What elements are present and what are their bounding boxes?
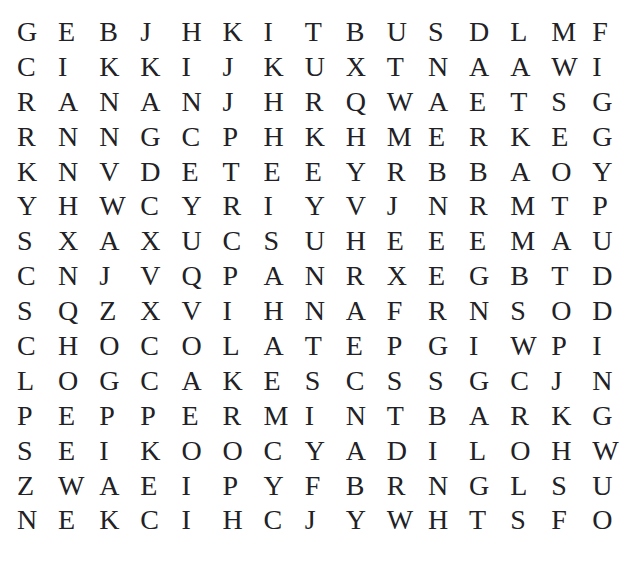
- grid-cell-r11c4[interactable]: C: [140, 364, 181, 399]
- grid-cell-r15c6[interactable]: H: [222, 503, 263, 538]
- grid-cell-r15c8[interactable]: J: [305, 503, 346, 538]
- grid-cell-r2c13[interactable]: A: [510, 50, 551, 85]
- grid-cell-r14c6[interactable]: P: [222, 469, 263, 504]
- grid-cell-r7c7[interactable]: S: [264, 224, 305, 259]
- grid-cell-r11c14[interactable]: J: [551, 364, 592, 399]
- grid-cell-r5c13[interactable]: A: [510, 155, 551, 190]
- grid-cell-r3c1[interactable]: R: [17, 85, 58, 120]
- grid-cell-r9c9[interactable]: A: [346, 294, 387, 329]
- grid-cell-r11c10[interactable]: S: [387, 364, 428, 399]
- grid-cell-r2c8[interactable]: U: [305, 50, 346, 85]
- grid-cell-r10c8[interactable]: T: [305, 329, 346, 364]
- grid-cell-r12c6[interactable]: R: [222, 399, 263, 434]
- grid-cell-r15c9[interactable]: Y: [346, 503, 387, 538]
- grid-cell-r5c14[interactable]: O: [551, 155, 592, 190]
- grid-cell-r7c6[interactable]: C: [222, 224, 263, 259]
- grid-cell-r6c7[interactable]: I: [264, 189, 305, 224]
- grid-cell-r5c12[interactable]: B: [469, 155, 510, 190]
- grid-cell-r13c9[interactable]: A: [346, 434, 387, 469]
- grid-cell-r8c1[interactable]: C: [17, 259, 58, 294]
- grid-cell-r15c13[interactable]: S: [510, 503, 551, 538]
- grid-cell-r5c8[interactable]: E: [305, 155, 346, 190]
- grid-cell-r3c2[interactable]: A: [58, 85, 99, 120]
- grid-cell-r6c6[interactable]: R: [222, 189, 263, 224]
- grid-cell-r14c5[interactable]: I: [181, 469, 222, 504]
- grid-cell-r10c6[interactable]: L: [222, 329, 263, 364]
- grid-cell-r2c10[interactable]: T: [387, 50, 428, 85]
- grid-cell-r2c3[interactable]: K: [99, 50, 140, 85]
- grid-cell-r8c4[interactable]: V: [140, 259, 181, 294]
- grid-cell-r14c8[interactable]: F: [305, 469, 346, 504]
- grid-cell-r10c13[interactable]: W: [510, 329, 551, 364]
- grid-cell-r2c15[interactable]: I: [592, 50, 632, 85]
- grid-cell-r13c4[interactable]: K: [140, 434, 181, 469]
- grid-cell-r7c13[interactable]: M: [510, 224, 551, 259]
- grid-cell-r7c15[interactable]: U: [592, 224, 632, 259]
- grid-cell-r5c2[interactable]: N: [58, 155, 99, 190]
- grid-cell-r11c9[interactable]: C: [346, 364, 387, 399]
- grid-cell-r15c15[interactable]: O: [592, 503, 632, 538]
- grid-cell-r1c15[interactable]: F: [592, 15, 632, 50]
- grid-cell-r2c5[interactable]: I: [181, 50, 222, 85]
- grid-cell-r12c5[interactable]: E: [181, 399, 222, 434]
- grid-cell-r6c4[interactable]: C: [140, 189, 181, 224]
- grid-cell-r1c14[interactable]: M: [551, 15, 592, 50]
- grid-cell-r11c8[interactable]: S: [305, 364, 346, 399]
- grid-cell-r12c12[interactable]: A: [469, 399, 510, 434]
- grid-cell-r6c11[interactable]: N: [428, 189, 469, 224]
- grid-cell-r5c6[interactable]: T: [222, 155, 263, 190]
- grid-cell-r3c12[interactable]: E: [469, 85, 510, 120]
- grid-cell-r2c12[interactable]: A: [469, 50, 510, 85]
- grid-cell-r13c14[interactable]: H: [551, 434, 592, 469]
- grid-cell-r11c15[interactable]: N: [592, 364, 632, 399]
- grid-cell-r8c14[interactable]: T: [551, 259, 592, 294]
- grid-cell-r10c11[interactable]: G: [428, 329, 469, 364]
- grid-cell-r14c15[interactable]: U: [592, 469, 632, 504]
- grid-cell-r6c15[interactable]: P: [592, 189, 632, 224]
- grid-cell-r13c10[interactable]: D: [387, 434, 428, 469]
- grid-cell-r12c2[interactable]: E: [58, 399, 99, 434]
- grid-cell-r7c12[interactable]: E: [469, 224, 510, 259]
- grid-cell-r12c1[interactable]: P: [17, 399, 58, 434]
- grid-cell-r4c3[interactable]: N: [99, 120, 140, 155]
- grid-cell-r10c1[interactable]: C: [17, 329, 58, 364]
- grid-cell-r1c2[interactable]: E: [58, 15, 99, 50]
- grid-cell-r8c10[interactable]: X: [387, 259, 428, 294]
- grid-cell-r4c2[interactable]: N: [58, 120, 99, 155]
- grid-cell-r15c7[interactable]: C: [264, 503, 305, 538]
- grid-cell-r3c4[interactable]: A: [140, 85, 181, 120]
- grid-cell-r3c14[interactable]: S: [551, 85, 592, 120]
- grid-cell-r3c8[interactable]: R: [305, 85, 346, 120]
- word-search-grid: GEBJHKITBUSDLMFCIKKIJKUXTNAAWIRANANJHRQW…: [17, 15, 632, 538]
- grid-cell-r13c15[interactable]: W: [592, 434, 632, 469]
- grid-cell-r3c5[interactable]: N: [181, 85, 222, 120]
- grid-cell-r4c10[interactable]: M: [387, 120, 428, 155]
- grid-cell-r15c12[interactable]: T: [469, 503, 510, 538]
- grid-cell-r9c13[interactable]: S: [510, 294, 551, 329]
- grid-cell-r2c6[interactable]: J: [222, 50, 263, 85]
- grid-cell-r4c8[interactable]: K: [305, 120, 346, 155]
- grid-cell-r13c11[interactable]: I: [428, 434, 469, 469]
- grid-cell-r5c10[interactable]: R: [387, 155, 428, 190]
- grid-cell-r4c5[interactable]: C: [181, 120, 222, 155]
- grid-cell-r15c11[interactable]: H: [428, 503, 469, 538]
- grid-cell-r4c9[interactable]: H: [346, 120, 387, 155]
- grid-cell-r10c14[interactable]: P: [551, 329, 592, 364]
- grid-cell-r4c4[interactable]: G: [140, 120, 181, 155]
- grid-cell-r2c2[interactable]: I: [58, 50, 99, 85]
- grid-cell-r8c8[interactable]: N: [305, 259, 346, 294]
- grid-cell-r13c2[interactable]: E: [58, 434, 99, 469]
- grid-cell-r2c7[interactable]: K: [264, 50, 305, 85]
- grid-cell-r7c3[interactable]: A: [99, 224, 140, 259]
- grid-cell-r3c7[interactable]: H: [264, 85, 305, 120]
- grid-cell-r7c11[interactable]: E: [428, 224, 469, 259]
- grid-cell-r8c13[interactable]: B: [510, 259, 551, 294]
- grid-cell-r14c3[interactable]: A: [99, 469, 140, 504]
- grid-cell-r2c4[interactable]: K: [140, 50, 181, 85]
- grid-cell-r12c11[interactable]: B: [428, 399, 469, 434]
- grid-cell-r5c15[interactable]: Y: [592, 155, 632, 190]
- grid-cell-r5c7[interactable]: E: [264, 155, 305, 190]
- grid-cell-r11c7[interactable]: E: [264, 364, 305, 399]
- grid-cell-r9c3[interactable]: Z: [99, 294, 140, 329]
- grid-cell-r15c4[interactable]: C: [140, 503, 181, 538]
- grid-cell-r9c1[interactable]: S: [17, 294, 58, 329]
- grid-cell-r9c6[interactable]: I: [222, 294, 263, 329]
- grid-cell-r14c2[interactable]: W: [58, 469, 99, 504]
- grid-cell-r5c4[interactable]: D: [140, 155, 181, 190]
- grid-cell-r9c8[interactable]: N: [305, 294, 346, 329]
- grid-cell-r13c13[interactable]: O: [510, 434, 551, 469]
- grid-cell-r10c7[interactable]: A: [264, 329, 305, 364]
- grid-cell-r7c1[interactable]: S: [17, 224, 58, 259]
- grid-cell-r11c12[interactable]: G: [469, 364, 510, 399]
- grid-cell-r1c10[interactable]: U: [387, 15, 428, 50]
- grid-cell-r10c9[interactable]: E: [346, 329, 387, 364]
- grid-cell-r5c5[interactable]: E: [181, 155, 222, 190]
- grid-cell-r6c13[interactable]: M: [510, 189, 551, 224]
- grid-cell-r4c6[interactable]: P: [222, 120, 263, 155]
- grid-cell-r10c2[interactable]: H: [58, 329, 99, 364]
- grid-cell-r7c4[interactable]: X: [140, 224, 181, 259]
- grid-cell-r8c3[interactable]: J: [99, 259, 140, 294]
- grid-cell-r10c15[interactable]: I: [592, 329, 632, 364]
- grid-cell-r9c11[interactable]: R: [428, 294, 469, 329]
- grid-cell-r3c15[interactable]: G: [592, 85, 632, 120]
- grid-cell-r6c1[interactable]: Y: [17, 189, 58, 224]
- grid-cell-r2c11[interactable]: N: [428, 50, 469, 85]
- grid-cell-r13c3[interactable]: I: [99, 434, 140, 469]
- grid-cell-r3c6[interactable]: J: [222, 85, 263, 120]
- grid-cell-r14c10[interactable]: R: [387, 469, 428, 504]
- grid-cell-r14c7[interactable]: Y: [264, 469, 305, 504]
- grid-cell-r9c14[interactable]: O: [551, 294, 592, 329]
- grid-cell-r12c8[interactable]: I: [305, 399, 346, 434]
- grid-cell-r9c4[interactable]: X: [140, 294, 181, 329]
- grid-cell-r11c5[interactable]: A: [181, 364, 222, 399]
- grid-cell-r12c7[interactable]: M: [264, 399, 305, 434]
- grid-cell-r3c13[interactable]: T: [510, 85, 551, 120]
- grid-cell-r14c11[interactable]: N: [428, 469, 469, 504]
- grid-cell-r6c3[interactable]: W: [99, 189, 140, 224]
- grid-cell-r14c4[interactable]: E: [140, 469, 181, 504]
- grid-cell-r6c9[interactable]: V: [346, 189, 387, 224]
- grid-cell-r12c9[interactable]: N: [346, 399, 387, 434]
- grid-cell-r14c12[interactable]: G: [469, 469, 510, 504]
- grid-cell-r15c14[interactable]: F: [551, 503, 592, 538]
- grid-cell-r14c13[interactable]: L: [510, 469, 551, 504]
- grid-cell-r8c12[interactable]: G: [469, 259, 510, 294]
- grid-cell-r13c1[interactable]: S: [17, 434, 58, 469]
- grid-cell-r4c14[interactable]: E: [551, 120, 592, 155]
- grid-cell-r10c12[interactable]: I: [469, 329, 510, 364]
- grid-cell-r14c9[interactable]: B: [346, 469, 387, 504]
- grid-cell-r6c10[interactable]: J: [387, 189, 428, 224]
- grid-cell-r10c10[interactable]: P: [387, 329, 428, 364]
- grid-cell-r13c8[interactable]: Y: [305, 434, 346, 469]
- grid-cell-r11c1[interactable]: L: [17, 364, 58, 399]
- grid-cell-r5c1[interactable]: K: [17, 155, 58, 190]
- grid-cell-r5c11[interactable]: B: [428, 155, 469, 190]
- grid-cell-r4c1[interactable]: R: [17, 120, 58, 155]
- grid-cell-r13c12[interactable]: L: [469, 434, 510, 469]
- grid-cell-r1c4[interactable]: J: [140, 15, 181, 50]
- grid-cell-r3c10[interactable]: W: [387, 85, 428, 120]
- grid-cell-r12c13[interactable]: R: [510, 399, 551, 434]
- grid-cell-r1c11[interactable]: S: [428, 15, 469, 50]
- grid-cell-r4c11[interactable]: E: [428, 120, 469, 155]
- grid-cell-r9c15[interactable]: D: [592, 294, 632, 329]
- grid-cell-r12c10[interactable]: T: [387, 399, 428, 434]
- grid-cell-r2c1[interactable]: C: [17, 50, 58, 85]
- grid-cell-r15c10[interactable]: W: [387, 503, 428, 538]
- grid-cell-r1c12[interactable]: D: [469, 15, 510, 50]
- grid-cell-r4c15[interactable]: G: [592, 120, 632, 155]
- grid-cell-r8c5[interactable]: Q: [181, 259, 222, 294]
- grid-cell-r7c10[interactable]: E: [387, 224, 428, 259]
- grid-cell-r7c8[interactable]: U: [305, 224, 346, 259]
- grid-cell-r1c13[interactable]: L: [510, 15, 551, 50]
- grid-cell-r12c15[interactable]: G: [592, 399, 632, 434]
- grid-cell-r1c8[interactable]: T: [305, 15, 346, 50]
- grid-cell-r10c3[interactable]: O: [99, 329, 140, 364]
- grid-cell-r5c9[interactable]: Y: [346, 155, 387, 190]
- grid-cell-r6c14[interactable]: T: [551, 189, 592, 224]
- grid-cell-r13c7[interactable]: C: [264, 434, 305, 469]
- grid-cell-r8c2[interactable]: N: [58, 259, 99, 294]
- grid-cell-r9c7[interactable]: H: [264, 294, 305, 329]
- grid-cell-r3c11[interactable]: A: [428, 85, 469, 120]
- grid-cell-r11c6[interactable]: K: [222, 364, 263, 399]
- grid-cell-r14c14[interactable]: S: [551, 469, 592, 504]
- grid-cell-r11c11[interactable]: S: [428, 364, 469, 399]
- grid-cell-r15c1[interactable]: N: [17, 503, 58, 538]
- grid-cell-r8c6[interactable]: P: [222, 259, 263, 294]
- grid-cell-r2c9[interactable]: X: [346, 50, 387, 85]
- grid-cell-r11c13[interactable]: C: [510, 364, 551, 399]
- grid-cell-r8c11[interactable]: E: [428, 259, 469, 294]
- grid-cell-r10c5[interactable]: O: [181, 329, 222, 364]
- grid-cell-r1c6[interactable]: K: [222, 15, 263, 50]
- grid-cell-r4c12[interactable]: R: [469, 120, 510, 155]
- grid-cell-r7c5[interactable]: U: [181, 224, 222, 259]
- grid-cell-r1c1[interactable]: G: [17, 15, 58, 50]
- grid-cell-r14c1[interactable]: Z: [17, 469, 58, 504]
- grid-cell-r8c9[interactable]: R: [346, 259, 387, 294]
- grid-cell-r7c2[interactable]: X: [58, 224, 99, 259]
- grid-cell-r5c3[interactable]: V: [99, 155, 140, 190]
- grid-cell-r2c14[interactable]: W: [551, 50, 592, 85]
- grid-cell-r9c12[interactable]: N: [469, 294, 510, 329]
- grid-cell-r8c15[interactable]: D: [592, 259, 632, 294]
- grid-cell-r10c4[interactable]: C: [140, 329, 181, 364]
- grid-cell-r11c2[interactable]: O: [58, 364, 99, 399]
- grid-cell-r11c3[interactable]: G: [99, 364, 140, 399]
- grid-cell-r4c13[interactable]: K: [510, 120, 551, 155]
- grid-cell-r1c5[interactable]: H: [181, 15, 222, 50]
- grid-cell-r9c2[interactable]: Q: [58, 294, 99, 329]
- grid-cell-r12c14[interactable]: K: [551, 399, 592, 434]
- grid-cell-r6c2[interactable]: H: [58, 189, 99, 224]
- grid-cell-r6c8[interactable]: Y: [305, 189, 346, 224]
- grid-cell-r15c5[interactable]: I: [181, 503, 222, 538]
- grid-cell-r6c5[interactable]: Y: [181, 189, 222, 224]
- grid-cell-r8c7[interactable]: A: [264, 259, 305, 294]
- grid-cell-r1c7[interactable]: I: [264, 15, 305, 50]
- grid-cell-r4c7[interactable]: H: [264, 120, 305, 155]
- grid-cell-r3c3[interactable]: N: [99, 85, 140, 120]
- grid-cell-r13c6[interactable]: O: [222, 434, 263, 469]
- grid-cell-r7c14[interactable]: A: [551, 224, 592, 259]
- grid-cell-r15c2[interactable]: E: [58, 503, 99, 538]
- grid-cell-r12c4[interactable]: P: [140, 399, 181, 434]
- grid-cell-r9c10[interactable]: F: [387, 294, 428, 329]
- grid-cell-r3c9[interactable]: Q: [346, 85, 387, 120]
- grid-cell-r9c5[interactable]: V: [181, 294, 222, 329]
- grid-cell-r13c5[interactable]: O: [181, 434, 222, 469]
- grid-cell-r15c3[interactable]: K: [99, 503, 140, 538]
- grid-cell-r7c9[interactable]: H: [346, 224, 387, 259]
- grid-cell-r12c3[interactable]: P: [99, 399, 140, 434]
- grid-cell-r6c12[interactable]: R: [469, 189, 510, 224]
- grid-cell-r1c3[interactable]: B: [99, 15, 140, 50]
- grid-cell-r1c9[interactable]: B: [346, 15, 387, 50]
